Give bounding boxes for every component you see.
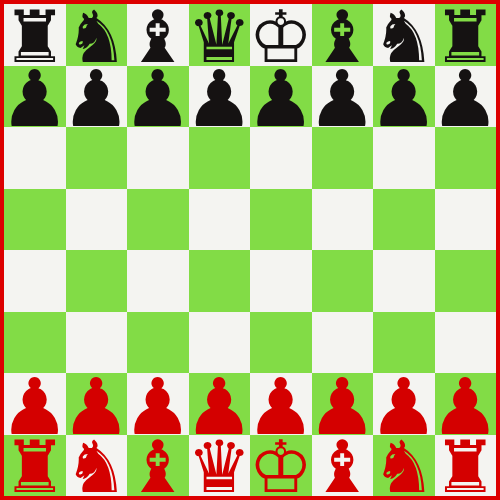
red-bishop-icon: ♝ (310, 431, 375, 500)
black-pawn-icon: ♟ (0, 60, 70, 138)
square-f1[interactable]: ♝ (312, 435, 374, 497)
square-h1[interactable]: ♜ (435, 435, 497, 497)
square-e5[interactable] (250, 189, 312, 251)
red-rook-icon: ♜ (433, 431, 498, 500)
black-pawn-icon: ♟ (369, 60, 439, 138)
square-g1[interactable]: ♞ (373, 435, 435, 497)
board-frame: ♜♞♝♛♔♝♞♜♟♟♟♟♟♟♟♟♟♟♟♟♟♟♟♟♜♞♝♛♔♝♞♜ (0, 0, 500, 500)
square-a5[interactable] (4, 189, 66, 251)
black-pawn-icon: ♟ (307, 60, 377, 138)
square-a4[interactable] (4, 250, 66, 312)
red-queen-icon: ♛ (187, 431, 252, 500)
square-c5[interactable] (127, 189, 189, 251)
square-h7[interactable]: ♟ (435, 66, 497, 128)
square-e7[interactable]: ♟ (250, 66, 312, 128)
square-h5[interactable] (435, 189, 497, 251)
square-b5[interactable] (66, 189, 128, 251)
square-c1[interactable]: ♝ (127, 435, 189, 497)
black-pawn-icon: ♟ (123, 60, 193, 138)
red-knight-icon: ♞ (371, 431, 436, 500)
square-g4[interactable] (373, 250, 435, 312)
black-pawn-icon: ♟ (61, 60, 131, 138)
square-c7[interactable]: ♟ (127, 66, 189, 128)
square-d4[interactable] (189, 250, 251, 312)
square-a1[interactable]: ♜ (4, 435, 66, 497)
square-h4[interactable] (435, 250, 497, 312)
red-knight-icon: ♞ (64, 431, 129, 500)
square-c4[interactable] (127, 250, 189, 312)
square-e4[interactable] (250, 250, 312, 312)
red-king-icon: ♔ (248, 431, 313, 500)
square-d5[interactable] (189, 189, 251, 251)
square-e1[interactable]: ♔ (250, 435, 312, 497)
square-g5[interactable] (373, 189, 435, 251)
square-b1[interactable]: ♞ (66, 435, 128, 497)
red-rook-icon: ♜ (2, 431, 67, 500)
square-b4[interactable] (66, 250, 128, 312)
black-pawn-icon: ♟ (430, 60, 500, 138)
square-f4[interactable] (312, 250, 374, 312)
square-d7[interactable]: ♟ (189, 66, 251, 128)
square-b7[interactable]: ♟ (66, 66, 128, 128)
black-pawn-icon: ♟ (246, 60, 316, 138)
square-g7[interactable]: ♟ (373, 66, 435, 128)
black-pawn-icon: ♟ (184, 60, 254, 138)
chess-board: ♜♞♝♛♔♝♞♜♟♟♟♟♟♟♟♟♟♟♟♟♟♟♟♟♜♞♝♛♔♝♞♜ (4, 4, 496, 496)
square-a7[interactable]: ♟ (4, 66, 66, 128)
square-d1[interactable]: ♛ (189, 435, 251, 497)
square-f5[interactable] (312, 189, 374, 251)
red-bishop-icon: ♝ (125, 431, 190, 500)
square-f7[interactable]: ♟ (312, 66, 374, 128)
